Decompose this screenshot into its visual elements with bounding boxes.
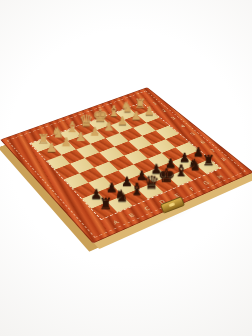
piece-black-knight: ♞ bbox=[114, 189, 129, 205]
playing-area: ♜♞♝♛♚♝♞♜♟♟♟♟♟♟♟♟♟♟♟♟♟♟♟♟♜♞♝♛♚♝♞♜ bbox=[31, 103, 221, 219]
piece-black-queen: ♛ bbox=[143, 174, 159, 192]
file-label: H bbox=[209, 170, 233, 184]
piece-white-pawn: ♟ bbox=[60, 136, 71, 148]
chess-board: ♜♞♝♛♚♝♞♜♟♟♟♟♟♟♟♟♟♟♟♟♟♟♟♟♜♞♝♛♚♝♞♜ ABCDEFG… bbox=[0, 87, 252, 243]
piece-white-pawn: ♟ bbox=[75, 131, 86, 143]
piece-black-rook: ♜ bbox=[99, 196, 113, 211]
file-label: A bbox=[104, 215, 129, 231]
rank-label: 2 bbox=[156, 107, 172, 115]
rank-label: 5 bbox=[185, 130, 201, 138]
product-photo: ♜♞♝♛♚♝♞♜♟♟♟♟♟♟♟♟♟♟♟♟♟♟♟♟♜♞♝♛♚♝♞♜ ABCDEFG… bbox=[0, 0, 252, 336]
piece-white-pawn: ♟ bbox=[103, 121, 114, 133]
piece-white-pawn: ♟ bbox=[131, 111, 142, 123]
piece-white-pawn: ♟ bbox=[89, 126, 100, 138]
rank-label: 3 bbox=[165, 114, 181, 122]
piece-black-knight: ♞ bbox=[188, 158, 202, 173]
piece-white-pawn: ♟ bbox=[144, 106, 155, 118]
scene: ♜♞♝♛♚♝♞♜♟♟♟♟♟♟♟♟♟♟♟♟♟♟♟♟♜♞♝♛♚♝♞♜ ABCDEFG… bbox=[0, 0, 252, 336]
piece-black-bishop: ♝ bbox=[129, 182, 144, 199]
rank-label: 4 bbox=[175, 122, 191, 130]
piece-black-bishop: ♝ bbox=[174, 163, 188, 179]
piece-black-king: ♚ bbox=[158, 166, 175, 185]
piece-white-pawn: ♟ bbox=[45, 142, 56, 154]
piece-white-pawn: ♟ bbox=[117, 116, 128, 128]
rank-label: 8 bbox=[215, 155, 232, 164]
piece-black-rook: ♜ bbox=[203, 153, 216, 167]
